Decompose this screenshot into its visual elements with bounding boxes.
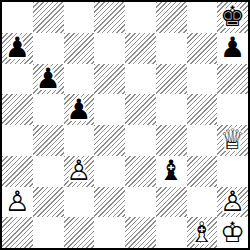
square-a8[interactable] — [2, 2, 33, 33]
square-d1[interactable] — [94, 217, 125, 248]
square-d5[interactable] — [94, 94, 125, 125]
piece-black-pawn: ♟ — [36, 64, 61, 94]
square-h5[interactable] — [217, 94, 248, 125]
square-g2[interactable] — [187, 187, 218, 218]
piece-white-king: ♔ — [220, 218, 245, 248]
square-f2[interactable] — [156, 187, 187, 218]
square-g6[interactable] — [187, 64, 218, 95]
square-b8[interactable] — [33, 2, 64, 33]
square-c4[interactable] — [64, 125, 95, 156]
piece-white-queen: ♕ — [220, 125, 245, 155]
piece-white-pawn: ♙ — [66, 156, 91, 186]
square-c1[interactable] — [64, 217, 95, 248]
square-e7[interactable] — [125, 33, 156, 64]
square-c7[interactable] — [64, 33, 95, 64]
square-g8[interactable] — [187, 2, 218, 33]
square-d4[interactable] — [94, 125, 125, 156]
square-h7[interactable]: ♟ — [217, 33, 248, 64]
square-h1[interactable]: ♔ — [217, 217, 248, 248]
square-c8[interactable] — [64, 2, 95, 33]
square-h6[interactable] — [217, 64, 248, 95]
square-g7[interactable] — [187, 33, 218, 64]
chess-board-frame: ♚♟♟♟♟♕♙♝♙♙♗♔ — [0, 0, 250, 250]
square-f6[interactable] — [156, 64, 187, 95]
square-e5[interactable] — [125, 94, 156, 125]
square-d2[interactable] — [94, 187, 125, 218]
square-d6[interactable] — [94, 64, 125, 95]
square-h8[interactable]: ♚ — [217, 2, 248, 33]
square-g4[interactable] — [187, 125, 218, 156]
square-a4[interactable] — [2, 125, 33, 156]
square-e6[interactable] — [125, 64, 156, 95]
piece-black-bishop: ♝ — [159, 156, 184, 186]
piece-black-king: ♚ — [220, 2, 245, 32]
square-f7[interactable] — [156, 33, 187, 64]
piece-white-pawn: ♙ — [220, 187, 245, 217]
square-e8[interactable] — [125, 2, 156, 33]
piece-white-bishop: ♗ — [189, 218, 214, 248]
piece-black-pawn: ♟ — [5, 33, 30, 63]
square-a1[interactable] — [2, 217, 33, 248]
square-b1[interactable] — [33, 217, 64, 248]
square-f3[interactable]: ♝ — [156, 156, 187, 187]
square-e3[interactable] — [125, 156, 156, 187]
square-a2[interactable]: ♙ — [2, 187, 33, 218]
piece-black-pawn: ♟ — [66, 95, 91, 125]
square-b7[interactable] — [33, 33, 64, 64]
square-b2[interactable] — [33, 187, 64, 218]
square-e1[interactable] — [125, 217, 156, 248]
square-h4[interactable]: ♕ — [217, 125, 248, 156]
square-c5[interactable]: ♟ — [64, 94, 95, 125]
square-c2[interactable] — [64, 187, 95, 218]
square-h2[interactable]: ♙ — [217, 187, 248, 218]
piece-white-pawn: ♙ — [5, 187, 30, 217]
square-h3[interactable] — [217, 156, 248, 187]
square-f1[interactable] — [156, 217, 187, 248]
chess-board: ♚♟♟♟♟♕♙♝♙♙♗♔ — [2, 2, 248, 248]
square-a7[interactable]: ♟ — [2, 33, 33, 64]
square-a5[interactable] — [2, 94, 33, 125]
square-e2[interactable] — [125, 187, 156, 218]
square-f4[interactable] — [156, 125, 187, 156]
square-f5[interactable] — [156, 94, 187, 125]
piece-black-pawn: ♟ — [220, 33, 245, 63]
square-a3[interactable] — [2, 156, 33, 187]
square-e4[interactable] — [125, 125, 156, 156]
square-d8[interactable] — [94, 2, 125, 33]
square-b4[interactable] — [33, 125, 64, 156]
square-d3[interactable] — [94, 156, 125, 187]
square-f8[interactable] — [156, 2, 187, 33]
square-g3[interactable] — [187, 156, 218, 187]
square-b5[interactable] — [33, 94, 64, 125]
square-d7[interactable] — [94, 33, 125, 64]
square-c3[interactable]: ♙ — [64, 156, 95, 187]
square-g1[interactable]: ♗ — [187, 217, 218, 248]
square-b3[interactable] — [33, 156, 64, 187]
square-a6[interactable] — [2, 64, 33, 95]
square-b6[interactable]: ♟ — [33, 64, 64, 95]
square-g5[interactable] — [187, 94, 218, 125]
square-c6[interactable] — [64, 64, 95, 95]
